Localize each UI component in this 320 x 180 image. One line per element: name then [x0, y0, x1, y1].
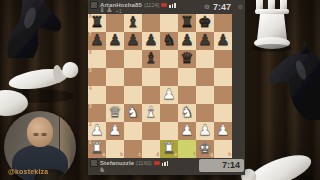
gear-icon[interactable]: ⚙: [238, 3, 243, 10]
square-e6[interactable]: [160, 50, 178, 68]
square-f1[interactable]: f: [178, 140, 196, 158]
black-r-f8: ♜: [178, 14, 196, 32]
white-bishop-prop-bottomright: [239, 147, 315, 180]
square-g1[interactable]: ♚g: [196, 140, 214, 158]
video-frame: ArtanHoxha85 (1124) ♝♟ +1 ⊖ 7:47 ⚙ ♜8♝♜♚…: [0, 0, 320, 180]
bottom-player-clock-active: 7:14: [199, 159, 244, 172]
square-c1[interactable]: c: [124, 140, 142, 158]
square-f5[interactable]: [178, 68, 196, 86]
rank-coordinate: 5: [89, 69, 92, 74]
square-g5[interactable]: [196, 68, 214, 86]
square-b5[interactable]: [106, 68, 124, 86]
top-captured-material: ♝♟ +1: [99, 7, 122, 14]
square-g3[interactable]: [196, 104, 214, 122]
white-n-f3: ♞: [178, 104, 196, 122]
black-p-d7: ♟: [142, 32, 160, 50]
square-d1[interactable]: d: [142, 140, 160, 158]
square-a6[interactable]: 6: [88, 50, 106, 68]
top-player-clock: ⊖ 7:47: [204, 2, 231, 12]
white-p-g2: ♟: [196, 122, 214, 140]
square-b6[interactable]: [106, 50, 124, 68]
bottom-clock-time: 7:14: [222, 160, 240, 170]
square-d2[interactable]: [142, 122, 160, 140]
square-e2[interactable]: [160, 122, 178, 140]
square-a4[interactable]: 4: [88, 86, 106, 104]
square-f7[interactable]: ♟: [178, 32, 196, 50]
square-c8[interactable]: ♝: [124, 14, 142, 32]
square-b2[interactable]: ♟: [106, 122, 124, 140]
square-e4[interactable]: ♟: [160, 86, 178, 104]
black-n-e7: ♞: [160, 32, 178, 50]
square-h7[interactable]: ♟: [214, 32, 232, 50]
white-p-e4: ♟: [160, 86, 178, 104]
square-e3[interactable]: [160, 104, 178, 122]
square-g7[interactable]: ♟: [196, 32, 214, 50]
bottom-player-bar: Stefanuzzle (1160) ♞ 7:14: [88, 158, 245, 175]
black-q-f6: ♛: [178, 50, 196, 68]
square-d3[interactable]: ♝: [142, 104, 160, 122]
file-coordinate: g: [210, 153, 213, 158]
black-p-f7: ♟: [178, 32, 196, 50]
square-b8[interactable]: [106, 14, 124, 32]
square-e5[interactable]: [160, 68, 178, 86]
square-c6[interactable]: [124, 50, 142, 68]
square-g8[interactable]: ♚: [196, 14, 214, 32]
square-b4[interactable]: [106, 86, 124, 104]
bottom-player-flag-icon: [154, 161, 160, 165]
black-p-h7: ♟: [214, 32, 232, 50]
bottom-player-rating: (1160): [136, 160, 152, 166]
square-c2[interactable]: [124, 122, 142, 140]
square-a7[interactable]: ♟7: [88, 32, 106, 50]
file-coordinate: h: [228, 153, 231, 158]
square-a3[interactable]: 3: [88, 104, 106, 122]
white-fallen-pieces-prop-left: [0, 61, 80, 116]
rank-coordinate: 4: [89, 87, 92, 92]
square-a8[interactable]: ♜8: [88, 14, 106, 32]
black-knight-prop-right: [269, 42, 320, 120]
streamer-face: [27, 117, 53, 147]
square-d7[interactable]: ♟: [142, 32, 160, 50]
black-k-g8: ♚: [196, 14, 214, 32]
white-n-c3: ♞: [124, 104, 142, 122]
square-a5[interactable]: 5: [88, 68, 106, 86]
white-p-b2: ♟: [106, 122, 124, 140]
square-h4[interactable]: [214, 86, 232, 104]
square-f6[interactable]: ♛: [178, 50, 196, 68]
square-g6[interactable]: [196, 50, 214, 68]
square-c5[interactable]: [124, 68, 142, 86]
file-coordinate: c: [138, 153, 141, 158]
square-d5[interactable]: [142, 68, 160, 86]
top-clock-time: 7:47: [213, 2, 231, 12]
rank-coordinate: 1: [89, 141, 92, 146]
black-p-c7: ♟: [124, 32, 142, 50]
bottom-captured-material: ♞: [99, 167, 106, 174]
square-e7[interactable]: ♞: [160, 32, 178, 50]
square-a1[interactable]: ♜1a: [88, 140, 106, 158]
chess-board: ♜8♝♜♚♟7♟♟♟♞♟♟♟6♝♛54♟3♛♞♝♞♟2♟♟♟♟♜1abcd♜ef…: [88, 14, 232, 158]
black-b-d6: ♝: [142, 50, 160, 68]
signal-bars-icon: [169, 3, 176, 8]
square-h8[interactable]: [214, 14, 232, 32]
square-b1[interactable]: b: [106, 140, 124, 158]
square-f3[interactable]: ♞: [178, 104, 196, 122]
bottom-player-avatar[interactable]: [90, 159, 98, 167]
square-h3[interactable]: [214, 104, 232, 122]
white-rook-prop-topright: [252, 0, 292, 52]
file-coordinate: a: [102, 153, 105, 158]
white-b-d3: ♝: [142, 104, 160, 122]
square-c7[interactable]: ♟: [124, 32, 142, 50]
square-h1[interactable]: h: [214, 140, 232, 158]
black-p-b7: ♟: [106, 32, 124, 50]
square-e8[interactable]: [160, 14, 178, 32]
captured-pieces-icons: ♞: [99, 167, 106, 174]
square-g4[interactable]: [196, 86, 214, 104]
rank-coordinate: 2: [89, 123, 92, 128]
rank-coordinate: 7: [89, 33, 92, 38]
square-c3[interactable]: ♞: [124, 104, 142, 122]
white-p-f2: ♟: [178, 122, 196, 140]
black-knight-prop-topleft: [7, 0, 61, 58]
captured-pieces-icons: ♝♟: [99, 7, 114, 14]
square-a2[interactable]: ♟2: [88, 122, 106, 140]
square-b3[interactable]: ♛: [106, 104, 124, 122]
signal-bars-icon: [162, 161, 169, 166]
top-player-flag-icon: [161, 3, 167, 7]
top-player-rating: (1124): [144, 2, 160, 8]
top-player-avatar[interactable]: [90, 1, 98, 9]
square-b7[interactable]: ♟: [106, 32, 124, 50]
material-advantage: +1: [116, 8, 122, 14]
black-b-c8: ♝: [124, 14, 142, 32]
minus-circle-icon[interactable]: ⊖: [204, 4, 210, 11]
top-player-bar: ArtanHoxha85 (1124) ♝♟ +1 ⊖ 7:47 ⚙: [88, 0, 245, 14]
channel-watermark: @kostekiza: [8, 168, 48, 175]
square-f8[interactable]: ♜: [178, 14, 196, 32]
file-coordinate: f: [194, 153, 196, 158]
square-g2[interactable]: ♟: [196, 122, 214, 140]
square-h6[interactable]: [214, 50, 232, 68]
rank-coordinate: 6: [89, 51, 92, 56]
file-coordinate: e: [174, 153, 177, 158]
file-coordinate: b: [120, 153, 123, 158]
square-f4[interactable]: [178, 86, 196, 104]
square-c4[interactable]: [124, 86, 142, 104]
white-q-b3: ♛: [106, 104, 124, 122]
square-f2[interactable]: ♟: [178, 122, 196, 140]
square-d6[interactable]: ♝: [142, 50, 160, 68]
chess-app-panel: ArtanHoxha85 (1124) ♝♟ +1 ⊖ 7:47 ⚙ ♜8♝♜♚…: [88, 0, 245, 175]
square-d4[interactable]: [142, 86, 160, 104]
rank-coordinate: 8: [89, 15, 92, 20]
square-h5[interactable]: [214, 68, 232, 86]
square-h2[interactable]: ♟: [214, 122, 232, 140]
file-coordinate: d: [156, 153, 159, 158]
square-e1[interactable]: ♜e: [160, 140, 178, 158]
streamer-eyes: [32, 133, 48, 136]
square-d8[interactable]: [142, 14, 160, 32]
white-p-h2: ♟: [214, 122, 232, 140]
rank-coordinate: 3: [89, 105, 92, 110]
black-p-g7: ♟: [196, 32, 214, 50]
